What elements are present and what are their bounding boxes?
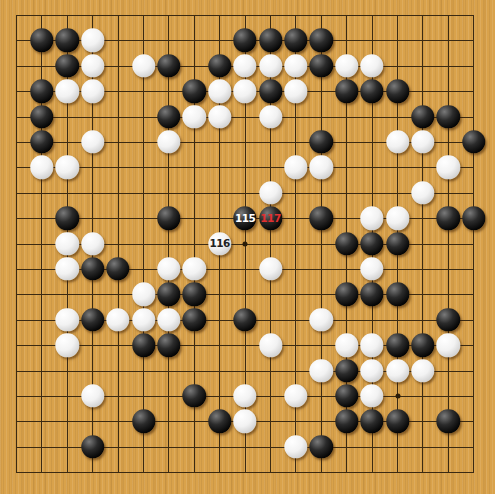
move-number-label: 116 <box>209 238 229 249</box>
move-number-label: 115 <box>235 213 255 224</box>
hoshi-point <box>395 394 400 399</box>
go-board[interactable]: 115117116 <box>0 0 495 494</box>
hoshi-point <box>243 241 248 246</box>
black-stone[interactable] <box>462 130 485 153</box>
black-stone[interactable] <box>462 206 485 229</box>
move-number-label: 117 <box>260 213 280 224</box>
